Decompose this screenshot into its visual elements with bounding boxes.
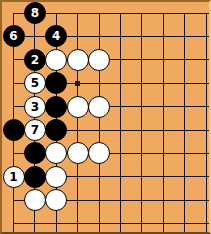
white-stone[interactable] [45, 142, 67, 164]
grid-vline [184, 13, 185, 233]
white-stone-move-1[interactable]: 1 [3, 166, 25, 188]
grid-vline [206, 13, 207, 233]
black-stone-move-6[interactable]: 6 [3, 25, 25, 47]
grid-vline [77, 13, 78, 233]
black-stone[interactable] [3, 119, 25, 141]
white-stone-move-5[interactable]: 5 [24, 72, 46, 94]
black-stone-move-8[interactable]: 8 [24, 2, 46, 24]
white-stone[interactable] [45, 166, 67, 188]
white-stone-move-7[interactable]: 7 [24, 119, 46, 141]
white-stone[interactable] [88, 49, 110, 71]
black-stone[interactable] [24, 142, 46, 164]
black-stone-move-4[interactable]: 4 [45, 25, 67, 47]
black-stone[interactable] [45, 72, 67, 94]
star-point [75, 81, 80, 86]
black-stone[interactable] [45, 119, 67, 141]
grid-hline [13, 36, 209, 37]
grid-vline [141, 13, 142, 233]
white-stone[interactable] [67, 49, 89, 71]
white-stone[interactable] [24, 189, 46, 211]
black-stone[interactable] [24, 166, 46, 188]
black-stone[interactable] [45, 96, 67, 118]
white-stone[interactable] [45, 49, 67, 71]
white-stone[interactable] [88, 96, 110, 118]
grid-vline [120, 13, 121, 233]
grid-vline [163, 13, 164, 233]
white-stone-move-3[interactable]: 3 [24, 96, 46, 118]
white-stone[interactable] [45, 189, 67, 211]
white-stone[interactable] [88, 142, 110, 164]
white-stone[interactable] [67, 96, 89, 118]
go-board[interactable]: 86425371 [0, 0, 211, 234]
grid-vline [99, 13, 100, 233]
white-stone[interactable] [67, 142, 89, 164]
grid-hline [13, 223, 209, 224]
black-stone-move-2[interactable]: 2 [24, 49, 46, 71]
